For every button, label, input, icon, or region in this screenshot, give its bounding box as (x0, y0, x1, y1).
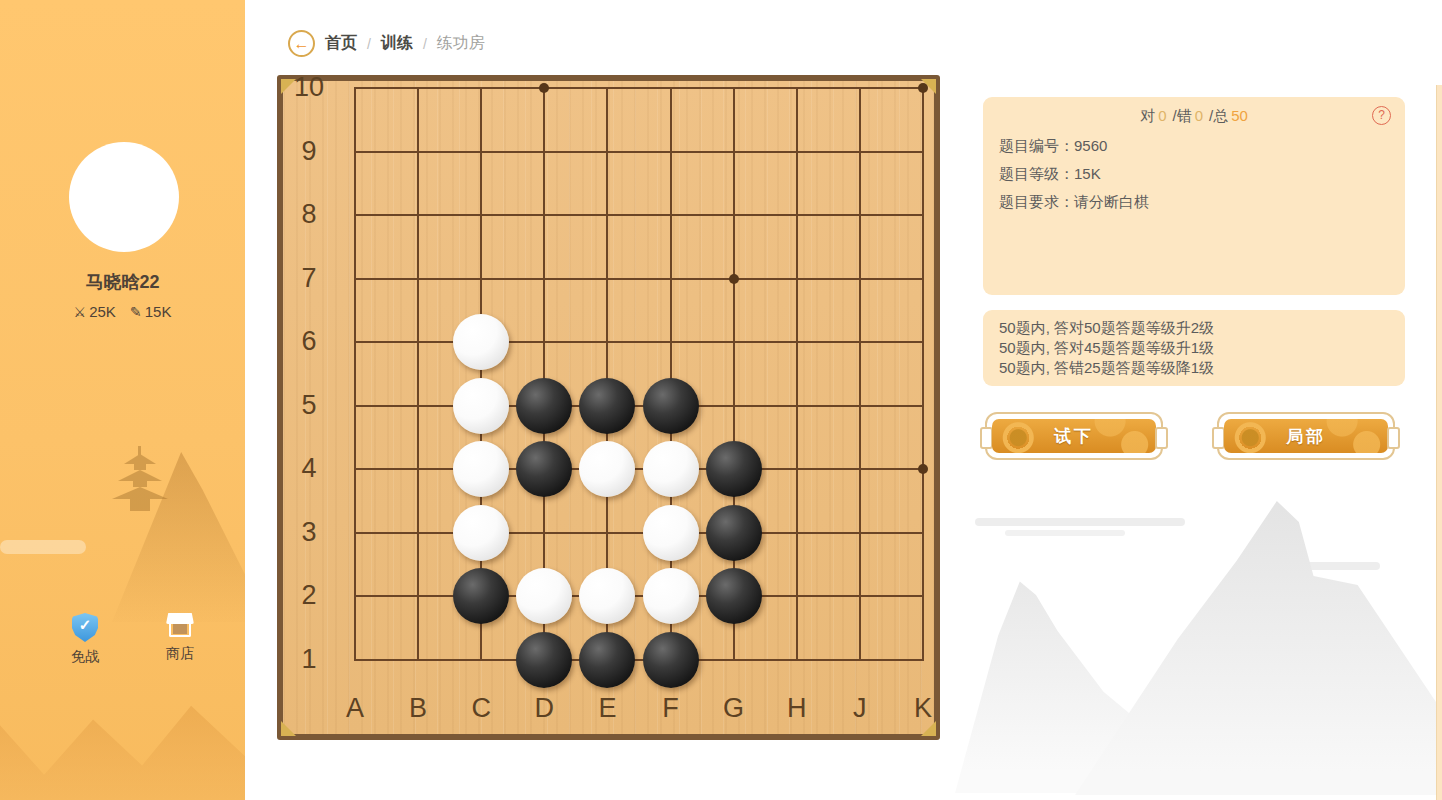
row-coordinate-label: 9 (285, 136, 333, 167)
cloud-decoration (975, 518, 1185, 526)
page: 马晓晗22 ⚔25K ✎15K 免战 商店 ← 首页 / 训练 / 练功房 10… (0, 0, 1442, 800)
cloud-decoration (1005, 530, 1125, 536)
grid-line-horizontal (354, 214, 924, 216)
star-point (539, 83, 549, 93)
grid-line-horizontal (354, 278, 924, 280)
stone-black-E5[interactable] (579, 378, 635, 434)
stone-black-F1[interactable] (643, 632, 699, 688)
rule-line: 50题内, 答错25题答题等级降1级 (999, 358, 1389, 378)
stone-white-E4[interactable] (579, 441, 635, 497)
username: 马晓晗22 (0, 270, 245, 294)
row-coordinate-label: 3 (285, 517, 333, 548)
try-move-button[interactable]: 试下 (985, 412, 1163, 460)
sidebar-cloud-decoration (0, 540, 86, 554)
try-move-button-label: 试下 (1054, 425, 1094, 448)
stone-black-D5[interactable] (516, 378, 572, 434)
sidebar: 马晓晗22 ⚔25K ✎15K 免战 商店 (0, 0, 245, 800)
stone-white-C3[interactable] (453, 505, 509, 561)
stone-white-C4[interactable] (453, 441, 509, 497)
stone-black-C2[interactable] (453, 568, 509, 624)
row-coordinate-label: 5 (285, 390, 333, 421)
breadcrumb-separator: / (367, 36, 371, 52)
column-coordinate-label: E (587, 693, 627, 724)
battle-rank: 25K (89, 303, 116, 320)
column-coordinate-label: H (777, 693, 817, 724)
grid-line-vertical (354, 87, 356, 661)
column-coordinate-label: C (461, 693, 501, 724)
stone-white-C5[interactable] (453, 378, 509, 434)
row-coordinate-label: 1 (285, 644, 333, 675)
go-board[interactable]: 10987654321ABCDEFGHJK (277, 75, 940, 740)
row-coordinate-label: 6 (285, 326, 333, 357)
grid-line-vertical (859, 87, 861, 661)
stone-black-E1[interactable] (579, 632, 635, 688)
column-coordinate-label: A (335, 693, 375, 724)
back-button[interactable]: ← (288, 30, 315, 57)
local-view-button-label: 局部 (1286, 425, 1326, 448)
try-move-button-face: 试下 (992, 419, 1156, 453)
stone-white-C6[interactable] (453, 314, 509, 370)
stone-black-G2[interactable] (706, 568, 762, 624)
stone-black-D4[interactable] (516, 441, 572, 497)
stone-white-D2[interactable] (516, 568, 572, 624)
row-coordinate-label: 7 (285, 263, 333, 294)
rule-line: 50题内, 答对50题答题等级升2级 (999, 318, 1389, 338)
stone-black-G4[interactable] (706, 441, 762, 497)
grid-line-vertical (922, 87, 924, 661)
puzzle-info-panel: 对0/错0/总50 ? 题目编号：9560 题目等级：15K 题目要求：请分断白… (983, 97, 1405, 295)
row-coordinate-label: 2 (285, 580, 333, 611)
puzzle-level: 15K (1074, 165, 1101, 182)
breadcrumb-training[interactable]: 训练 (381, 33, 413, 54)
grid-line-horizontal (354, 595, 924, 597)
pagoda-decoration (112, 446, 168, 512)
breadcrumb-practice-room: 练功房 (437, 33, 485, 54)
puzzle-level-row: 题目等级：15K (999, 160, 1389, 188)
grid-line-vertical (417, 87, 419, 661)
star-point (918, 83, 928, 93)
grid-line-horizontal (354, 87, 924, 89)
rank-line: ⚔25K ✎15K (0, 303, 245, 320)
sidebar-bottom-mountains (0, 685, 245, 800)
puzzle-number: 9560 (1074, 137, 1107, 154)
local-view-button-face: 局部 (1224, 419, 1388, 453)
wrong-count: 0 (1195, 107, 1203, 124)
star-point (918, 464, 928, 474)
no-battle-button[interactable]: 免战 (55, 613, 115, 666)
go-board-grid: 10987654321ABCDEFGHJK (283, 81, 934, 734)
grid-line-horizontal (354, 405, 924, 407)
stone-white-F2[interactable] (643, 568, 699, 624)
row-coordinate-label: 8 (285, 199, 333, 230)
grid-line-horizontal (354, 151, 924, 153)
shield-check-icon (72, 613, 98, 642)
star-point (729, 274, 739, 284)
breadcrumb-separator: / (423, 36, 427, 52)
grid-line-horizontal (354, 659, 924, 661)
stone-black-G3[interactable] (706, 505, 762, 561)
stone-black-D1[interactable] (516, 632, 572, 688)
right-edge-panel-stripe (1436, 85, 1442, 800)
grid-line-horizontal (354, 341, 924, 343)
grid-line-horizontal (354, 468, 924, 470)
crossed-swords-icon: ⚔ (74, 304, 87, 320)
stone-black-F5[interactable] (643, 378, 699, 434)
shop-icon (166, 613, 194, 639)
column-coordinate-label: G (714, 693, 754, 724)
puzzle-number-row: 题目编号：9560 (999, 132, 1389, 160)
grid-line-horizontal (354, 532, 924, 534)
no-battle-label: 免战 (55, 648, 115, 666)
stone-white-F4[interactable] (643, 441, 699, 497)
column-coordinate-label: J (840, 693, 880, 724)
correct-count: 0 (1158, 107, 1166, 124)
rule-line: 50题内, 答对45题答题等级升1级 (999, 338, 1389, 358)
column-coordinate-label: D (524, 693, 564, 724)
grid-line-vertical (796, 87, 798, 661)
puzzle-task: 请分断白棋 (1074, 193, 1149, 210)
avatar[interactable] (69, 142, 179, 252)
help-icon[interactable]: ? (1372, 106, 1391, 125)
column-coordinate-label: F (651, 693, 691, 724)
pencil-icon: ✎ (130, 304, 142, 320)
mountain-decoration (1075, 495, 1442, 795)
row-coordinate-label: 4 (285, 453, 333, 484)
breadcrumb-home[interactable]: 首页 (325, 33, 357, 54)
shop-button[interactable]: 商店 (150, 613, 210, 663)
stone-white-E2[interactable] (579, 568, 635, 624)
shop-label: 商店 (150, 645, 210, 663)
puzzle-rank: 15K (145, 303, 172, 320)
breadcrumb: ← 首页 / 训练 / 练功房 (288, 30, 485, 57)
stats-line: 对0/错0/总50 (999, 107, 1389, 126)
local-view-button[interactable]: 局部 (1217, 412, 1395, 460)
level-rules-panel: 50题内, 答对50题答题等级升2级 50题内, 答对45题答题等级升1级 50… (983, 310, 1405, 386)
column-coordinate-label: B (398, 693, 438, 724)
stone-white-F3[interactable] (643, 505, 699, 561)
puzzle-task-row: 题目要求：请分断白棋 (999, 188, 1389, 216)
column-coordinate-label: K (903, 693, 943, 724)
row-coordinate-label: 10 (285, 72, 333, 103)
total-count: 50 (1231, 107, 1248, 124)
